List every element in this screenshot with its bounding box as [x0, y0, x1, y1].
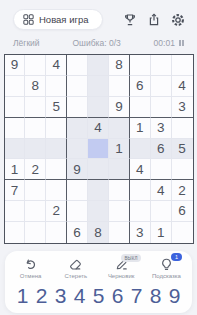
- toolbar: Отмена Стереть ВЫКЛ Черновик 1 Подсказка: [8, 258, 189, 279]
- sudoku-cell-r8c3[interactable]: 2: [46, 201, 67, 222]
- sudoku-cell-r1c1[interactable]: 9: [5, 55, 26, 76]
- numpad: 1 2 3 4 5 6 7 8 9: [8, 279, 189, 310]
- sudoku-cell-r4c9[interactable]: [172, 118, 193, 139]
- bulb-icon: [160, 258, 173, 271]
- sudoku-cell-r6c8[interactable]: [151, 159, 172, 180]
- erase-label: Стереть: [65, 273, 88, 279]
- sudoku-cell-r9c5[interactable]: 8: [88, 222, 109, 243]
- sudoku-cell-r8c8[interactable]: [151, 201, 172, 222]
- sudoku-cell-r8c5[interactable]: [88, 201, 109, 222]
- new-game-label: Новая игра: [39, 14, 89, 25]
- sudoku-cell-r2c1[interactable]: [5, 76, 26, 97]
- sudoku-cell-r3c3[interactable]: 5: [46, 97, 67, 118]
- sudoku-cell-r7c2[interactable]: [25, 180, 46, 201]
- sudoku-cell-r9c8[interactable]: 1: [151, 222, 172, 243]
- pause-icon[interactable]: [179, 40, 184, 46]
- sudoku-cell-r6c3[interactable]: [46, 159, 67, 180]
- timer: 00:01: [154, 38, 184, 48]
- sudoku-cell-r8c4[interactable]: [67, 201, 88, 222]
- header-icons: [123, 13, 185, 27]
- hint-button[interactable]: 1 Подсказка: [144, 258, 189, 279]
- sudoku-board: 9488645934131651294742266831: [4, 54, 194, 244]
- trophy-icon[interactable]: [123, 13, 137, 27]
- sudoku-cell-r5c5[interactable]: [88, 139, 109, 160]
- sudoku-cell-r4c1[interactable]: [5, 118, 26, 139]
- share-icon[interactable]: [147, 13, 161, 27]
- header: Новая игра: [0, 0, 197, 33]
- numpad-3[interactable]: 3: [51, 284, 70, 308]
- sudoku-cell-r5c8[interactable]: 6: [151, 139, 172, 160]
- sudoku-cell-r5c1[interactable]: [5, 139, 26, 160]
- sudoku-cell-r9c7[interactable]: 3: [130, 222, 151, 243]
- sudoku-cell-r7c9[interactable]: 2: [172, 180, 193, 201]
- draft-label: Черновик: [108, 273, 135, 279]
- timer-value: 00:01: [154, 38, 175, 48]
- sudoku-cell-r3c7[interactable]: [130, 97, 151, 118]
- numpad-5[interactable]: 5: [89, 284, 108, 308]
- sudoku-cell-r7c1[interactable]: 7: [5, 180, 26, 201]
- sudoku-cell-r8c1[interactable]: [5, 201, 26, 222]
- numpad-1[interactable]: 1: [13, 284, 32, 308]
- sudoku-cell-r3c9[interactable]: 3: [172, 97, 193, 118]
- numpad-2[interactable]: 2: [32, 284, 51, 308]
- gear-icon[interactable]: [171, 13, 185, 27]
- undo-icon: [24, 258, 37, 271]
- mistakes-counter: Ошибка: 0/3: [73, 38, 121, 48]
- sudoku-cell-r2c6[interactable]: [109, 76, 130, 97]
- sudoku-cell-r1c7[interactable]: [130, 55, 151, 76]
- sudoku-cell-r7c3[interactable]: [46, 180, 67, 201]
- sudoku-cell-r5c7[interactable]: [130, 139, 151, 160]
- hint-label: Подсказка: [152, 273, 181, 279]
- sudoku-cell-r9c1[interactable]: [5, 222, 26, 243]
- grid-icon: [23, 14, 34, 25]
- numpad-9[interactable]: 9: [165, 284, 184, 308]
- status-row: Лёгкий Ошибка: 0/3 00:01: [0, 33, 197, 54]
- sudoku-cell-r1c4[interactable]: [67, 55, 88, 76]
- sudoku-cell-r1c8[interactable]: [151, 55, 172, 76]
- sudoku-cell-r3c2[interactable]: [25, 97, 46, 118]
- draft-button[interactable]: ВЫКЛ Черновик: [99, 258, 144, 279]
- sudoku-cell-r1c9[interactable]: [172, 55, 193, 76]
- sudoku-cell-r8c9[interactable]: 6: [172, 201, 193, 222]
- sudoku-cell-r6c6[interactable]: [109, 159, 130, 180]
- sudoku-cell-r6c9[interactable]: [172, 159, 193, 180]
- sudoku-cell-r5c4[interactable]: [67, 139, 88, 160]
- sudoku-cell-r9c2[interactable]: [25, 222, 46, 243]
- numpad-6[interactable]: 6: [108, 284, 127, 308]
- sudoku-cell-r4c4[interactable]: [67, 118, 88, 139]
- sudoku-cell-r2c7[interactable]: 6: [130, 76, 151, 97]
- sudoku-cell-r6c5[interactable]: [88, 159, 109, 180]
- new-game-button[interactable]: Новая игра: [13, 9, 103, 30]
- sudoku-cell-r9c9[interactable]: [172, 222, 193, 243]
- sudoku-cell-r1c2[interactable]: [25, 55, 46, 76]
- sudoku-cell-r7c8[interactable]: 4: [151, 180, 172, 201]
- sudoku-cell-r4c3[interactable]: [46, 118, 67, 139]
- sudoku-cell-r7c6[interactable]: [109, 180, 130, 201]
- hint-count-badge: 1: [171, 253, 182, 261]
- sudoku-cell-r1c5[interactable]: [88, 55, 109, 76]
- sudoku-cell-r3c4[interactable]: [67, 97, 88, 118]
- sudoku-cell-r4c2[interactable]: [25, 118, 46, 139]
- sudoku-cell-r5c2[interactable]: [25, 139, 46, 160]
- sudoku-cell-r9c3[interactable]: [46, 222, 67, 243]
- erase-button[interactable]: Стереть: [53, 258, 98, 279]
- sudoku-cell-r7c7[interactable]: [130, 180, 151, 201]
- sudoku-cell-r7c5[interactable]: [88, 180, 109, 201]
- sudoku-cell-r2c2[interactable]: 8: [25, 76, 46, 97]
- undo-button[interactable]: Отмена: [8, 258, 53, 279]
- sudoku-cell-r7c4[interactable]: [67, 180, 88, 201]
- sudoku-cell-r5c6[interactable]: 1: [109, 139, 130, 160]
- sudoku-cell-r2c4[interactable]: [67, 76, 88, 97]
- sudoku-cell-r5c9[interactable]: 5: [172, 139, 193, 160]
- sudoku-cell-r6c7[interactable]: 4: [130, 159, 151, 180]
- sudoku-cell-r3c1[interactable]: [5, 97, 26, 118]
- numpad-4[interactable]: 4: [70, 284, 89, 308]
- sudoku-cell-r2c8[interactable]: [151, 76, 172, 97]
- sudoku-cell-r5c3[interactable]: [46, 139, 67, 160]
- sudoku-cell-r8c7[interactable]: [130, 201, 151, 222]
- sudoku-cell-r8c2[interactable]: [25, 201, 46, 222]
- difficulty-label: Лёгкий: [13, 38, 40, 48]
- eraser-icon: [69, 258, 82, 271]
- sudoku-cell-r4c7[interactable]: 1: [130, 118, 151, 139]
- sudoku-cell-r1c3[interactable]: 4: [46, 55, 67, 76]
- sudoku-cell-r2c3[interactable]: [46, 76, 67, 97]
- sudoku-cell-r9c6[interactable]: [109, 222, 130, 243]
- sudoku-cell-r1c6[interactable]: 8: [109, 55, 130, 76]
- undo-label: Отмена: [20, 273, 42, 279]
- sudoku-cell-r4c5[interactable]: 4: [88, 118, 109, 139]
- sudoku-cell-r4c8[interactable]: 3: [151, 118, 172, 139]
- sudoku-cell-r2c9[interactable]: 4: [172, 76, 193, 97]
- numpad-8[interactable]: 8: [146, 284, 165, 308]
- sudoku-cell-r3c8[interactable]: [151, 97, 172, 118]
- sudoku-cell-r8c6[interactable]: [109, 201, 130, 222]
- sudoku-cell-r6c4[interactable]: 9: [67, 159, 88, 180]
- sudoku-cell-r6c1[interactable]: 1: [5, 159, 26, 180]
- bottom-card: Отмена Стереть ВЫКЛ Черновик 1 Подсказка: [5, 251, 192, 313]
- sudoku-cell-r3c5[interactable]: [88, 97, 109, 118]
- numpad-7[interactable]: 7: [127, 284, 146, 308]
- sudoku-cell-r2c5[interactable]: [88, 76, 109, 97]
- sudoku-cell-r9c4[interactable]: 6: [67, 222, 88, 243]
- draft-off-badge: ВЫКЛ: [121, 254, 140, 262]
- sudoku-cell-r3c6[interactable]: 9: [109, 97, 130, 118]
- sudoku-cell-r4c6[interactable]: [109, 118, 130, 139]
- sudoku-cell-r6c2[interactable]: 2: [25, 159, 46, 180]
